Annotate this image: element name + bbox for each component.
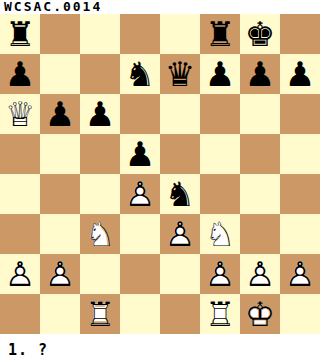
puzzle-title: WCSAC.0014: [0, 0, 320, 14]
piece-white-knight-f3: ♞♘: [200, 214, 240, 254]
square-e7[interactable]: ♛: [160, 54, 200, 94]
square-b5[interactable]: [40, 134, 80, 174]
square-a8[interactable]: ♜: [0, 14, 40, 54]
square-f4[interactable]: [200, 174, 240, 214]
square-a4[interactable]: [0, 174, 40, 214]
square-c8[interactable]: [80, 14, 120, 54]
piece-black-pawn-h7: ♟: [280, 54, 320, 94]
piece-white-pawn-g2: ♟♙: [240, 254, 280, 294]
piece-outline: ♖: [80, 294, 120, 334]
piece-black-king-g8: ♚: [240, 14, 280, 54]
square-b3[interactable]: [40, 214, 80, 254]
piece-white-queen-a6: ♛♕: [0, 94, 40, 134]
square-b7[interactable]: [40, 54, 80, 94]
piece-outline: ♘: [200, 214, 240, 254]
square-d1[interactable]: [120, 294, 160, 334]
square-a6[interactable]: ♛♕: [0, 94, 40, 134]
piece-outline: ♙: [40, 254, 80, 294]
piece-white-pawn-f2: ♟♙: [200, 254, 240, 294]
piece-white-pawn-b2: ♟♙: [40, 254, 80, 294]
square-a3[interactable]: [0, 214, 40, 254]
square-c4[interactable]: [80, 174, 120, 214]
square-e8[interactable]: [160, 14, 200, 54]
piece-white-pawn-e3: ♟♙: [160, 214, 200, 254]
piece-white-pawn-d4: ♟♙: [120, 174, 160, 214]
square-d4[interactable]: ♟♙: [120, 174, 160, 214]
piece-outline: ♕: [0, 94, 40, 134]
piece-white-pawn-a2: ♟♙: [0, 254, 40, 294]
piece-black-queen-e7: ♛: [160, 54, 200, 94]
piece-black-pawn-c6: ♟: [80, 94, 120, 134]
piece-white-rook-c1: ♜♖: [80, 294, 120, 334]
square-c5[interactable]: [80, 134, 120, 174]
square-b2[interactable]: ♟♙: [40, 254, 80, 294]
square-g4[interactable]: [240, 174, 280, 214]
piece-outline: ♖: [200, 294, 240, 334]
piece-white-rook-f1: ♜♖: [200, 294, 240, 334]
square-g8[interactable]: ♚: [240, 14, 280, 54]
square-e2[interactable]: [160, 254, 200, 294]
square-d6[interactable]: [120, 94, 160, 134]
square-f1[interactable]: ♜♖: [200, 294, 240, 334]
square-f7[interactable]: ♟: [200, 54, 240, 94]
piece-white-king-g1: ♚♔: [240, 294, 280, 334]
piece-black-pawn-a7: ♟: [0, 54, 40, 94]
piece-black-pawn-g7: ♟: [240, 54, 280, 94]
piece-black-rook-f8: ♜: [200, 14, 240, 54]
square-e3[interactable]: ♟♙: [160, 214, 200, 254]
piece-outline: ♙: [240, 254, 280, 294]
square-f3[interactable]: ♞♘: [200, 214, 240, 254]
chess-board: ♜♜♚♟♞♛♟♟♟♛♕♟♟♟♟♙♞♞♘♟♙♞♘♟♙♟♙♟♙♟♙♟♙♜♖♜♖♚♔: [0, 14, 320, 334]
piece-outline: ♔: [240, 294, 280, 334]
square-g6[interactable]: [240, 94, 280, 134]
square-f5[interactable]: [200, 134, 240, 174]
square-g2[interactable]: ♟♙: [240, 254, 280, 294]
piece-white-pawn-h2: ♟♙: [280, 254, 320, 294]
square-f6[interactable]: [200, 94, 240, 134]
square-a2[interactable]: ♟♙: [0, 254, 40, 294]
square-d7[interactable]: ♞: [120, 54, 160, 94]
square-c2[interactable]: [80, 254, 120, 294]
square-b4[interactable]: [40, 174, 80, 214]
square-d8[interactable]: [120, 14, 160, 54]
piece-outline: ♙: [120, 174, 160, 214]
move-prompt: 1. ?: [0, 334, 320, 360]
piece-black-pawn-f7: ♟: [200, 54, 240, 94]
square-c7[interactable]: [80, 54, 120, 94]
square-b6[interactable]: ♟: [40, 94, 80, 134]
piece-black-rook-a8: ♜: [0, 14, 40, 54]
piece-outline: ♙: [280, 254, 320, 294]
square-d2[interactable]: [120, 254, 160, 294]
square-e4[interactable]: ♞: [160, 174, 200, 214]
square-h1[interactable]: [280, 294, 320, 334]
square-e5[interactable]: [160, 134, 200, 174]
square-a1[interactable]: [0, 294, 40, 334]
square-c1[interactable]: ♜♖: [80, 294, 120, 334]
square-d5[interactable]: ♟: [120, 134, 160, 174]
square-h7[interactable]: ♟: [280, 54, 320, 94]
square-h6[interactable]: [280, 94, 320, 134]
square-a5[interactable]: [0, 134, 40, 174]
square-g3[interactable]: [240, 214, 280, 254]
square-c3[interactable]: ♞♘: [80, 214, 120, 254]
square-d3[interactable]: [120, 214, 160, 254]
piece-outline: ♙: [0, 254, 40, 294]
square-a7[interactable]: ♟: [0, 54, 40, 94]
square-h5[interactable]: [280, 134, 320, 174]
square-h3[interactable]: [280, 214, 320, 254]
square-h2[interactable]: ♟♙: [280, 254, 320, 294]
square-h4[interactable]: [280, 174, 320, 214]
square-b1[interactable]: [40, 294, 80, 334]
piece-outline: ♙: [160, 214, 200, 254]
square-g1[interactable]: ♚♔: [240, 294, 280, 334]
square-g7[interactable]: ♟: [240, 54, 280, 94]
piece-black-knight-e4: ♞: [160, 174, 200, 214]
piece-black-knight-d7: ♞: [120, 54, 160, 94]
piece-black-pawn-b6: ♟: [40, 94, 80, 134]
square-f8[interactable]: ♜: [200, 14, 240, 54]
piece-outline: ♙: [200, 254, 240, 294]
square-e6[interactable]: [160, 94, 200, 134]
square-b8[interactable]: [40, 14, 80, 54]
square-g5[interactable]: [240, 134, 280, 174]
square-e1[interactable]: [160, 294, 200, 334]
piece-white-knight-c3: ♞♘: [80, 214, 120, 254]
square-c6[interactable]: ♟: [80, 94, 120, 134]
piece-black-pawn-d5: ♟: [120, 134, 160, 174]
square-h8[interactable]: [280, 14, 320, 54]
piece-outline: ♘: [80, 214, 120, 254]
square-f2[interactable]: ♟♙: [200, 254, 240, 294]
